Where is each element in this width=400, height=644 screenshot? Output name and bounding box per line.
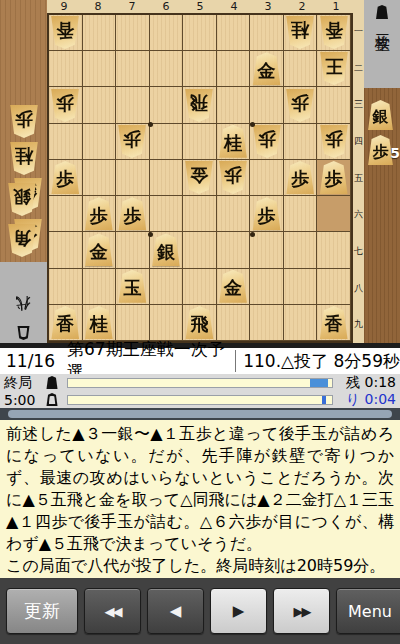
square-58 — [183, 269, 217, 305]
piece-sente-gold: 金 — [218, 270, 248, 303]
sente-remaining-time: 残 0:18 — [338, 374, 400, 392]
sente-panel: 三枚堂 銀歩5 — [364, 0, 400, 345]
square-17 — [317, 232, 351, 268]
square-49 — [217, 305, 251, 341]
game-date: 11/16 — [6, 351, 55, 371]
rank-label-8: 八 — [353, 270, 364, 307]
square-99: 香 — [49, 305, 83, 341]
square-22 — [284, 51, 318, 87]
sente-time-marker — [310, 379, 328, 387]
square-24 — [284, 124, 318, 160]
piece-sente-gold: 金 — [252, 52, 282, 85]
square-77 — [116, 232, 150, 268]
square-75 — [116, 160, 150, 196]
square-43 — [217, 87, 251, 123]
square-51 — [183, 15, 217, 51]
piece-sente-lance: 香 — [319, 306, 349, 339]
clock-panel: 終局 残 0:18 5:00 り 0:04 — [0, 374, 400, 408]
captured-sente-silver: 銀 — [365, 99, 399, 132]
sente-clock-row: 終局 残 0:18 — [0, 374, 400, 391]
info-bar: 11/16 第67期王座戦一次予選 110.△投了 8分59秒 — [0, 348, 400, 374]
captured-gote-bishop: 角角 — [5, 219, 43, 258]
menu-button[interactable]: Menu — [336, 588, 400, 634]
square-19: 香 — [317, 305, 351, 341]
square-66 — [150, 196, 184, 232]
square-54 — [183, 124, 217, 160]
square-78: 玉 — [116, 269, 150, 305]
rank-label-6: 六 — [353, 196, 364, 233]
square-11: 香 — [317, 15, 351, 51]
square-67: 銀 — [150, 232, 184, 268]
square-85 — [83, 160, 117, 196]
forward-button[interactable]: ▶ — [210, 588, 267, 634]
square-63 — [150, 87, 184, 123]
file-label-1: 1 — [319, 0, 353, 13]
gote-time-bar — [67, 395, 333, 405]
gote-player-name: 八代 — [16, 321, 31, 323]
square-86: 歩 — [83, 196, 117, 232]
square-57 — [183, 232, 217, 268]
piece-sente-pawn: 歩 — [319, 161, 349, 194]
piece-gote-lance: 香 — [319, 16, 349, 49]
rank-label-4: 四 — [353, 123, 364, 160]
piece-gote-pawn: 歩 — [9, 105, 39, 138]
file-label-7: 7 — [115, 0, 149, 13]
square-23: 歩 — [284, 87, 318, 123]
piece-sente-knight: 桂 — [84, 306, 114, 339]
square-27 — [284, 232, 318, 268]
piece-gote-knight: 桂 — [285, 16, 315, 49]
file-label-8: 8 — [81, 0, 115, 13]
file-label-5: 5 — [183, 0, 217, 13]
gote-piece-icon — [17, 326, 30, 340]
piece-sente-lance: 香 — [50, 306, 80, 339]
sente-captured-tray: 銀歩5 — [364, 99, 400, 169]
file-label-4: 4 — [217, 0, 251, 13]
square-68 — [150, 269, 184, 305]
piece-gote-bishop: 角 — [7, 224, 37, 257]
square-89: 桂 — [83, 305, 117, 341]
captured-gote-pawn: 歩 — [5, 104, 43, 139]
square-62 — [150, 51, 184, 87]
square-34: 歩 — [250, 124, 284, 160]
rewind-button[interactable]: ◀◀ — [84, 588, 141, 634]
sente-time-bar — [67, 378, 333, 388]
piece-sente-silver: 銀 — [367, 100, 394, 130]
commentary-paragraph: この局面で八代が投了した。終局時刻は20時59分。 — [6, 555, 394, 577]
square-46 — [217, 196, 251, 232]
square-65 — [150, 160, 184, 196]
square-93: 歩 — [49, 87, 83, 123]
refresh-button[interactable]: 更新 — [6, 588, 78, 634]
move-slider-track — [0, 408, 400, 420]
gote-clock-row: 5:00 り 0:04 — [0, 391, 400, 408]
piece-sente-pawn: 歩 — [285, 161, 315, 194]
piece-sente-pawn: 歩 — [84, 197, 114, 230]
gote-captured-tray: 歩桂銀銀角角 — [0, 104, 47, 260]
square-12: 王 — [317, 51, 351, 87]
square-96 — [49, 196, 83, 232]
gote-clock-label: 5:00 — [0, 392, 46, 408]
square-33 — [250, 87, 284, 123]
square-94 — [49, 124, 83, 160]
info-divider — [235, 350, 236, 372]
commentary-panel[interactable]: 前述した▲３一銀〜▲１五歩と違って後手玉が詰めろになっていない。だが、先手陣が鉄… — [0, 420, 400, 578]
piece-gote-pawn: 歩 — [117, 125, 147, 158]
square-32: 金 — [250, 51, 284, 87]
piece-gote-knight: 桂 — [9, 142, 39, 175]
square-69 — [150, 305, 184, 341]
shogi-board: 香桂香金王歩飛歩歩桂歩歩歩金歩歩歩歩歩歩金銀玉金香桂飛香 — [47, 13, 353, 343]
rank-label-7: 七 — [353, 233, 364, 270]
captured-sente-pawn: 歩5 — [365, 134, 399, 167]
square-29 — [284, 305, 318, 341]
square-73 — [116, 87, 150, 123]
sente-clock-piece-icon — [46, 376, 58, 389]
captured-gote-silver: 銀銀 — [5, 178, 43, 217]
square-55: 金 — [183, 160, 217, 196]
square-91: 香 — [49, 15, 83, 51]
square-26 — [284, 196, 318, 232]
piece-gote-lance: 香 — [50, 16, 80, 49]
sente-clock-label: 終局 — [0, 374, 46, 392]
piece-gote-king: 王 — [319, 52, 349, 85]
square-41 — [217, 15, 251, 51]
rank-label-2: 二 — [353, 50, 364, 87]
gote-player-block: 八代 — [0, 262, 47, 345]
square-79 — [116, 305, 150, 341]
square-45: 歩 — [217, 160, 251, 196]
square-76: 歩 — [116, 196, 150, 232]
back-button[interactable]: ◀ — [147, 588, 204, 634]
square-98 — [49, 269, 83, 305]
rank-label-1: 一 — [353, 13, 364, 50]
file-label-6: 6 — [149, 0, 183, 13]
piece-gote-pawn: 歩 — [50, 89, 80, 122]
square-72 — [116, 51, 150, 87]
gote-time-marker — [322, 396, 326, 404]
square-52 — [183, 51, 217, 87]
gote-clock-piece-icon — [46, 393, 58, 406]
piece-gote-pawn: 歩 — [218, 161, 248, 194]
square-21: 桂 — [284, 15, 318, 51]
square-47 — [217, 232, 251, 268]
square-84 — [83, 124, 117, 160]
square-53: 飛 — [183, 87, 217, 123]
captured-count: 5 — [390, 145, 400, 161]
square-82 — [83, 51, 117, 87]
square-87: 金 — [83, 232, 117, 268]
square-13 — [317, 87, 351, 123]
square-59: 飛 — [183, 305, 217, 341]
piece-gote-pawn: 歩 — [252, 125, 282, 158]
piece-sente-gold: 金 — [84, 233, 114, 266]
piece-gote-pawn: 歩 — [285, 89, 315, 122]
file-label-9: 9 — [47, 0, 81, 13]
piece-gote-gold: 金 — [184, 161, 214, 194]
piece-sente-rook: 飛 — [184, 306, 214, 339]
sente-player-block: 三枚堂 — [364, 0, 400, 88]
gote-panel: 歩桂銀銀角角 八代 — [0, 0, 47, 345]
square-74: 歩 — [116, 124, 150, 160]
square-18 — [317, 269, 351, 305]
toolbar: 更新 ◀◀ ◀ ▶ ▶▶ Menu — [0, 578, 400, 644]
piece-sente-knight: 桂 — [218, 125, 248, 158]
piece-sente-king: 玉 — [117, 270, 147, 303]
captured-gote-knight: 桂 — [5, 141, 43, 176]
piece-gote-silver: 銀 — [7, 183, 37, 216]
board-star-point — [148, 232, 153, 237]
sente-piece-icon — [376, 5, 389, 19]
rank-label-3: 三 — [353, 86, 364, 123]
square-16 — [317, 196, 351, 232]
gote-remaining-time: り 0:04 — [338, 391, 400, 409]
square-48: 金 — [217, 269, 251, 305]
piece-sente-pawn: 歩 — [117, 197, 147, 230]
square-28 — [284, 269, 318, 305]
rank-label-9: 九 — [353, 306, 364, 343]
file-label-2: 2 — [285, 0, 319, 13]
file-labels: 987654321 — [47, 0, 364, 13]
square-42 — [217, 51, 251, 87]
fast-forward-button[interactable]: ▶▶ — [273, 588, 330, 634]
square-81 — [83, 15, 117, 51]
square-88 — [83, 269, 117, 305]
rank-labels: 一二三四五六七八九 — [353, 13, 364, 343]
square-31 — [250, 15, 284, 51]
square-14: 歩 — [317, 124, 351, 160]
last-move-info: 110.△投了 8分59秒 — [243, 350, 400, 373]
sente-player-name: 三枚堂 — [375, 22, 390, 25]
piece-sente-silver: 銀 — [151, 233, 181, 266]
square-83 — [83, 87, 117, 123]
shogi-live-app: 歩桂銀銀角角 八代 987654321 香桂香金王歩飛歩歩桂歩歩歩金歩歩歩歩歩歩… — [0, 0, 400, 644]
square-61 — [150, 15, 184, 51]
piece-sente-pawn: 歩 — [252, 197, 282, 230]
rank-label-5: 五 — [353, 160, 364, 197]
square-38 — [250, 269, 284, 305]
square-56 — [183, 196, 217, 232]
square-37 — [250, 232, 284, 268]
square-15: 歩 — [317, 160, 351, 196]
piece-gote-rook: 飛 — [184, 89, 214, 122]
square-71 — [116, 15, 150, 51]
square-95: 歩 — [49, 160, 83, 196]
move-slider[interactable] — [8, 410, 392, 418]
square-64 — [150, 124, 184, 160]
square-92 — [49, 51, 83, 87]
file-label-3: 3 — [251, 0, 285, 13]
square-25: 歩 — [284, 160, 318, 196]
square-36: 歩 — [250, 196, 284, 232]
board-star-point — [148, 122, 153, 127]
square-35 — [250, 160, 284, 196]
square-44: 桂 — [217, 124, 251, 160]
board-star-point — [250, 122, 255, 127]
commentary-paragraph: 前述した▲３一銀〜▲１五歩と違って後手玉が詰めろになっていない。だが、先手陣が鉄… — [6, 423, 394, 555]
piece-gote-pawn: 歩 — [319, 125, 349, 158]
square-39 — [250, 305, 284, 341]
board-star-point — [250, 232, 255, 237]
piece-sente-pawn: 歩 — [50, 161, 80, 194]
square-97 — [49, 232, 83, 268]
